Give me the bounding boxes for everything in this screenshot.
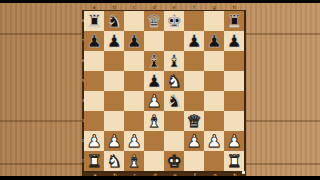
square-b7[interactable]: ♟ xyxy=(104,31,124,51)
square-c5[interactable] xyxy=(124,71,144,91)
square-a6[interactable] xyxy=(84,51,104,71)
square-b5[interactable] xyxy=(104,71,124,91)
square-g5[interactable] xyxy=(204,71,224,91)
square-b4[interactable] xyxy=(104,91,124,111)
square-b3[interactable] xyxy=(104,111,124,131)
square-d1[interactable] xyxy=(144,151,164,171)
square-h1[interactable]: ♜ xyxy=(224,151,244,171)
square-d3[interactable]: ♝ xyxy=(144,111,164,131)
square-e7[interactable] xyxy=(164,31,184,51)
square-b2[interactable]: ♟ xyxy=(104,131,124,151)
rank-label-3: 3 xyxy=(81,111,85,131)
square-f3[interactable]: ♛ xyxy=(184,111,204,131)
square-a4[interactable] xyxy=(84,91,104,111)
piece-black-bishop[interactable]: ♝ xyxy=(144,51,164,71)
rank-labels-left: 87654321 xyxy=(81,11,85,171)
square-g1[interactable] xyxy=(204,151,224,171)
piece-black-king[interactable]: ♚ xyxy=(164,11,184,31)
square-b1[interactable]: ♞ xyxy=(104,151,124,171)
file-label-top-a: a xyxy=(84,4,104,10)
square-c3[interactable] xyxy=(124,111,144,131)
square-a7[interactable]: ♟ xyxy=(84,31,104,51)
piece-white-king[interactable]: ♚ xyxy=(164,151,184,171)
square-d2[interactable] xyxy=(144,131,164,151)
square-a1[interactable]: ♜ xyxy=(84,151,104,171)
piece-white-knight[interactable]: ♞ xyxy=(164,71,184,91)
square-c8[interactable] xyxy=(124,11,144,31)
square-h8[interactable]: ♜ xyxy=(224,11,244,31)
piece-black-pawn[interactable]: ♟ xyxy=(104,31,124,51)
piece-black-pawn[interactable]: ♟ xyxy=(144,71,164,91)
piece-white-queen[interactable]: ♛ xyxy=(184,111,204,131)
letterbox-top xyxy=(0,0,320,3)
piece-black-pawn[interactable]: ♟ xyxy=(204,31,224,51)
chess-board: abcdefgh ♜♞♛♚♜♟♟♟♟♟♟♝♝♟♞♟♞♝♛♟♟♟♟♟♟♜♞♝♚♜ … xyxy=(82,4,246,179)
square-b6[interactable] xyxy=(104,51,124,71)
file-label-top-d: d xyxy=(144,4,164,10)
square-f1[interactable] xyxy=(184,151,204,171)
square-h6[interactable] xyxy=(224,51,244,71)
square-g6[interactable] xyxy=(204,51,224,71)
piece-black-pawn[interactable]: ♟ xyxy=(124,31,144,51)
square-g3[interactable] xyxy=(204,111,224,131)
square-a2[interactable]: ♟ xyxy=(84,131,104,151)
piece-white-knight[interactable]: ♞ xyxy=(104,151,124,171)
square-d5[interactable]: ♟ xyxy=(144,71,164,91)
piece-white-bishop[interactable]: ♝ xyxy=(144,111,164,131)
square-g2[interactable]: ♟ xyxy=(204,131,224,151)
square-e3[interactable] xyxy=(164,111,184,131)
piece-black-pawn[interactable]: ♟ xyxy=(84,31,104,51)
square-c7[interactable]: ♟ xyxy=(124,31,144,51)
square-g8[interactable] xyxy=(204,11,224,31)
rank-label-4: 4 xyxy=(81,91,85,111)
piece-black-queen[interactable]: ♛ xyxy=(144,11,164,31)
piece-white-pawn[interactable]: ♟ xyxy=(204,131,224,151)
piece-black-rook[interactable]: ♜ xyxy=(84,11,104,31)
file-label-top-e: e xyxy=(164,4,184,10)
square-a5[interactable] xyxy=(84,71,104,91)
piece-white-pawn[interactable]: ♟ xyxy=(184,131,204,151)
file-label-top-f: f xyxy=(184,4,204,10)
rank-label-6: 6 xyxy=(81,51,85,71)
square-c4[interactable] xyxy=(124,91,144,111)
piece-white-pawn[interactable]: ♟ xyxy=(84,131,104,151)
piece-white-pawn[interactable]: ♟ xyxy=(104,131,124,151)
square-h7[interactable]: ♟ xyxy=(224,31,244,51)
square-f4[interactable] xyxy=(184,91,204,111)
piece-black-knight[interactable]: ♞ xyxy=(104,11,124,31)
square-e1[interactable]: ♚ xyxy=(164,151,184,171)
rank-label-2: 2 xyxy=(81,131,85,151)
square-h3[interactable] xyxy=(224,111,244,131)
piece-white-pawn[interactable]: ♟ xyxy=(224,131,244,151)
square-b8[interactable]: ♞ xyxy=(104,11,124,31)
square-e2[interactable] xyxy=(164,131,184,151)
piece-black-bishop[interactable]: ♝ xyxy=(164,51,184,71)
square-f7[interactable]: ♟ xyxy=(184,31,204,51)
piece-black-rook[interactable]: ♜ xyxy=(224,11,244,31)
square-d7[interactable] xyxy=(144,31,164,51)
square-h4[interactable] xyxy=(224,91,244,111)
rank-label-7: 7 xyxy=(81,31,85,51)
letterbox-bottom xyxy=(0,176,320,180)
file-label-top-c: c xyxy=(124,4,144,10)
board-grid: ♜♞♛♚♜♟♟♟♟♟♟♝♝♟♞♟♞♝♛♟♟♟♟♟♟♜♞♝♚♜ xyxy=(82,10,246,173)
piece-black-pawn[interactable]: ♟ xyxy=(224,31,244,51)
rank-label-8: 8 xyxy=(81,11,85,31)
piece-white-rook[interactable]: ♜ xyxy=(224,151,244,171)
square-e5[interactable]: ♞ xyxy=(164,71,184,91)
square-f8[interactable] xyxy=(184,11,204,31)
square-h2[interactable]: ♟ xyxy=(224,131,244,151)
piece-black-knight[interactable]: ♞ xyxy=(164,91,184,111)
piece-white-bishop[interactable]: ♝ xyxy=(124,151,144,171)
file-label-top-b: b xyxy=(104,4,124,10)
square-e6[interactable]: ♝ xyxy=(164,51,184,71)
square-g4[interactable] xyxy=(204,91,224,111)
square-e8[interactable]: ♚ xyxy=(164,11,184,31)
square-h5[interactable] xyxy=(224,71,244,91)
square-f5[interactable] xyxy=(184,71,204,91)
piece-white-rook[interactable]: ♜ xyxy=(84,151,104,171)
rank-label-5: 5 xyxy=(81,71,85,91)
square-c2[interactable]: ♟ xyxy=(124,131,144,151)
square-a8[interactable]: ♜ xyxy=(84,11,104,31)
square-f6[interactable] xyxy=(184,51,204,71)
rank-label-1: 1 xyxy=(81,151,85,171)
file-label-top-g: g xyxy=(204,4,224,10)
file-label-top-h: h xyxy=(224,4,244,10)
piece-black-pawn[interactable]: ♟ xyxy=(184,31,204,51)
square-a3[interactable] xyxy=(84,111,104,131)
square-g7[interactable]: ♟ xyxy=(204,31,224,51)
square-d4[interactable]: ♟ xyxy=(144,91,164,111)
square-d8[interactable]: ♛ xyxy=(144,11,164,31)
chess-gui-screenshot: abcdefgh ♜♞♛♚♜♟♟♟♟♟♟♝♝♟♞♟♞♝♛♟♟♟♟♟♟♜♞♝♚♜ … xyxy=(0,0,320,180)
piece-white-pawn[interactable]: ♟ xyxy=(124,131,144,151)
square-d6[interactable]: ♝ xyxy=(144,51,164,71)
file-labels-top: abcdefgh xyxy=(82,4,246,10)
square-c1[interactable]: ♝ xyxy=(124,151,144,171)
piece-white-pawn[interactable]: ♟ xyxy=(144,91,164,111)
square-f2[interactable]: ♟ xyxy=(184,131,204,151)
cursor-dot xyxy=(242,171,245,174)
square-e4[interactable]: ♞ xyxy=(164,91,184,111)
square-c6[interactable] xyxy=(124,51,144,71)
